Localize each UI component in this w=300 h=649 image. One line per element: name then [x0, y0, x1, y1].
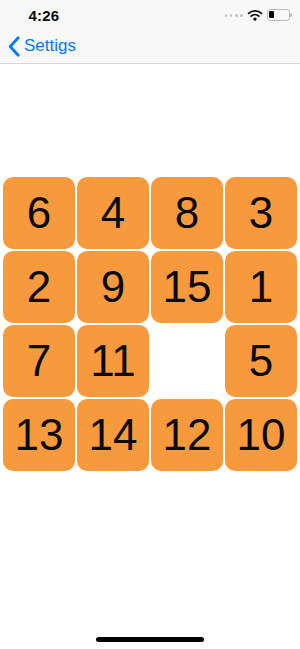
- empty-cell: [151, 325, 223, 397]
- status-time: 4:26: [22, 7, 66, 24]
- back-button[interactable]: Settigs: [8, 31, 76, 61]
- tile-6[interactable]: 6: [3, 177, 75, 249]
- tile-14[interactable]: 14: [77, 399, 149, 471]
- status-bar: 4:26: [0, 0, 300, 28]
- screen: 4:26 Settigs: [0, 0, 300, 649]
- tile-1[interactable]: 1: [225, 251, 297, 323]
- battery-fill: [269, 11, 274, 18]
- battery-icon: [267, 9, 292, 21]
- tile-9[interactable]: 9: [77, 251, 149, 323]
- tile-2[interactable]: 2: [3, 251, 75, 323]
- tile-4[interactable]: 4: [77, 177, 149, 249]
- cellular-signal-icon: [225, 14, 243, 17]
- back-button-label: Settigs: [24, 36, 76, 56]
- tile-12[interactable]: 12: [151, 399, 223, 471]
- tile-7[interactable]: 7: [3, 325, 75, 397]
- battery-tip: [290, 13, 292, 17]
- tile-11[interactable]: 11: [77, 325, 149, 397]
- chevron-left-icon: [8, 36, 20, 57]
- tile-15[interactable]: 15: [151, 251, 223, 323]
- wifi-icon: [247, 9, 263, 21]
- puzzle-board: 6 4 8 3 2 9 15 1 7 11 5 13 14 12 10: [3, 177, 297, 471]
- header: 4:26 Settigs: [0, 0, 300, 64]
- tile-10[interactable]: 10: [225, 399, 297, 471]
- home-indicator[interactable]: [96, 637, 204, 642]
- tile-5[interactable]: 5: [225, 325, 297, 397]
- tile-8[interactable]: 8: [151, 177, 223, 249]
- tile-3[interactable]: 3: [225, 177, 297, 249]
- status-icons: [225, 7, 292, 22]
- tile-13[interactable]: 13: [3, 399, 75, 471]
- nav-bar: Settigs: [0, 28, 300, 64]
